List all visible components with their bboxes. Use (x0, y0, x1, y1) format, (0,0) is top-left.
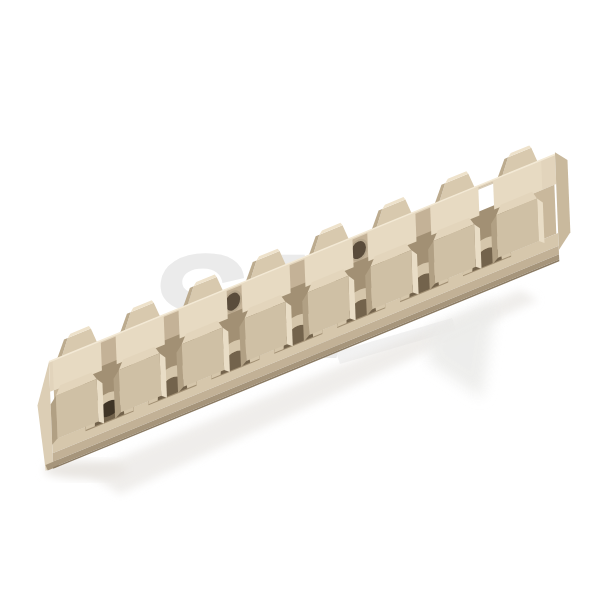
photo-stage: SN (0, 0, 600, 600)
product-photo-canvas: SN (0, 0, 600, 600)
